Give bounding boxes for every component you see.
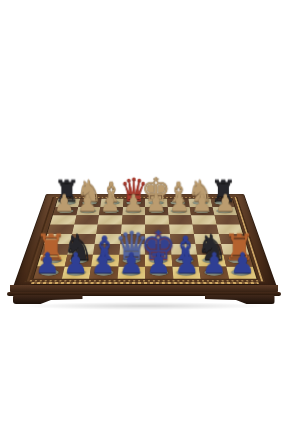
square-a7: ♟ [52, 207, 77, 215]
chess-set-product-photo: ♜♞♝♛♚♝♞♜♟♟♟♟♟♟♟♟♜♞♝♛♚♝♞♜♟♟♟♟♟♟♟♟ [0, 0, 287, 431]
piece-confederate-pawn-g7: ♟ [191, 191, 212, 214]
scene: ♜♞♝♛♚♝♞♜♟♟♟♟♟♟♟♟♜♞♝♛♚♝♞♜♟♟♟♟♟♟♟♟ [13, 0, 275, 431]
square-b6 [73, 215, 98, 224]
piece-union-pawn-h1: ♟ [229, 249, 254, 277]
piece-union-pawn-g1: ♟ [201, 249, 226, 277]
piece-confederate-pawn-b7: ♟ [77, 191, 98, 214]
piece-union-pawn-b1: ♟ [62, 249, 87, 277]
piece-union-pawn-a1: ♟ [35, 249, 60, 277]
square-g6 [191, 215, 216, 224]
square-g1: ♟ [198, 266, 228, 278]
beaded-trim [30, 282, 258, 284]
piece-confederate-pawn-e7: ♟ [146, 191, 167, 214]
board-squares: ♜♞♝♛♚♝♞♜♟♟♟♟♟♟♟♟♜♞♝♛♚♝♞♜♟♟♟♟♟♟♟♟ [33, 199, 256, 279]
square-h6 [214, 215, 240, 224]
square-f7: ♟ [167, 207, 191, 215]
square-d7: ♟ [121, 207, 144, 215]
square-g7: ♟ [189, 207, 213, 215]
square-c7: ♟ [98, 207, 122, 215]
square-h7: ♟ [212, 207, 237, 215]
square-b1: ♟ [61, 266, 91, 278]
piece-confederate-pawn-h7: ♟ [214, 191, 235, 214]
piece-union-pawn-e1: ♟ [146, 249, 171, 277]
square-c1: ♟ [89, 266, 118, 278]
square-h1: ♟ [225, 266, 256, 278]
square-b7: ♟ [75, 207, 99, 215]
piece-union-pawn-d1: ♟ [118, 249, 143, 277]
piece-confederate-pawn-d7: ♟ [123, 191, 144, 214]
chess-board: ♜♞♝♛♚♝♞♜♟♟♟♟♟♟♟♟♜♞♝♛♚♝♞♜♟♟♟♟♟♟♟♟ [13, 194, 277, 287]
square-e1: ♟ [145, 266, 173, 278]
square-d1: ♟ [117, 266, 145, 278]
piece-confederate-pawn-f7: ♟ [168, 191, 189, 214]
piece-confederate-pawn-c7: ♟ [100, 191, 121, 214]
square-a6 [50, 215, 76, 224]
piece-confederate-pawn-a7: ♟ [54, 191, 75, 214]
square-f1: ♟ [171, 266, 200, 278]
square-e7: ♟ [145, 207, 168, 215]
piece-union-pawn-c1: ♟ [90, 249, 115, 277]
piece-union-pawn-f1: ♟ [174, 249, 199, 277]
square-a1: ♟ [33, 266, 64, 278]
board-shadow [19, 302, 269, 310]
